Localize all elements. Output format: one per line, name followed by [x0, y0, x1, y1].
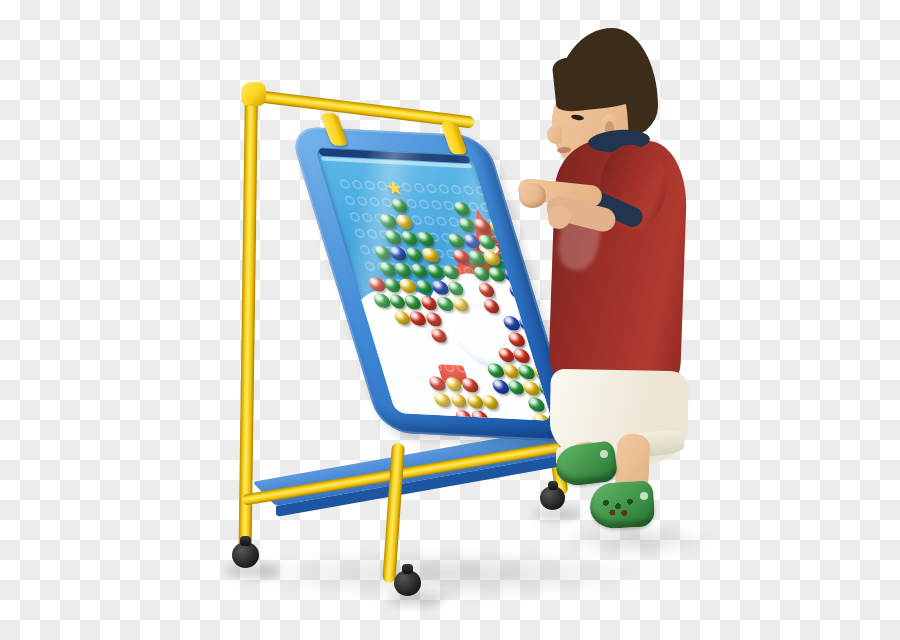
caster-wheel-front-right [394, 570, 421, 596]
easel-ground-shadow [238, 548, 658, 600]
pegboard-easel-board: ★ [288, 126, 579, 442]
croc-shoe-front [589, 480, 655, 529]
croc-back-strap-rivet [600, 450, 608, 458]
child-ground-shadow [556, 522, 716, 558]
child-hand-right-fist [519, 183, 546, 208]
child-nose [547, 126, 562, 144]
easel-corner-elbow [241, 82, 266, 106]
photo-scene: ★ [0, 0, 900, 640]
wheel-shadow-front [388, 592, 444, 606]
caster-wheel-front-left [232, 542, 259, 568]
wheel-shadow-rear [534, 508, 582, 520]
croc-front-strap-rivet [640, 492, 648, 500]
caster-wheel-rear-right [540, 486, 565, 510]
wheel-shadow-left [226, 564, 280, 578]
